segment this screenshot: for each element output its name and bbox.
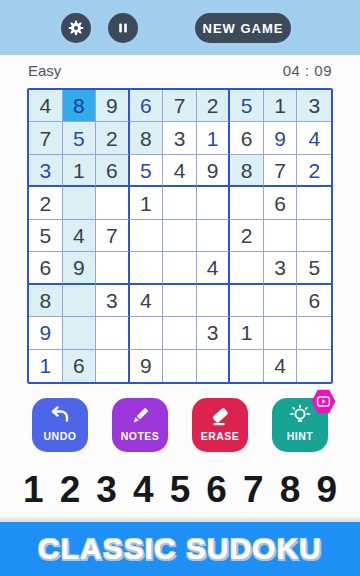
cell-r8c5[interactable]	[163, 317, 197, 349]
video-ad-badge	[311, 389, 336, 414]
cell-r7c2[interactable]	[63, 285, 97, 317]
cell-r4c9[interactable]	[297, 187, 331, 219]
cell-r7c4[interactable]: 4	[130, 285, 164, 317]
app-screen: NEW GAME Easy 04 : 09 489672513752831694…	[0, 0, 360, 576]
top-bar: NEW GAME	[0, 0, 360, 55]
play-icon	[316, 394, 331, 409]
cell-r1c3[interactable]: 9	[96, 90, 130, 122]
cell-r1c9[interactable]: 3	[297, 90, 331, 122]
cell-r1c8[interactable]: 1	[264, 90, 298, 122]
numpad-6[interactable]: 6	[206, 471, 227, 508]
cell-r4c3[interactable]	[96, 187, 130, 219]
cell-r8c9[interactable]	[297, 317, 331, 349]
difficulty-label: Easy	[28, 62, 61, 79]
cell-r8c4[interactable]	[130, 317, 164, 349]
cell-r7c1[interactable]: 8	[29, 285, 63, 317]
numpad-7[interactable]: 7	[243, 471, 264, 508]
cell-r2c6[interactable]: 1	[197, 122, 231, 154]
cell-r2c5[interactable]: 3	[163, 122, 197, 154]
cell-r1c4[interactable]: 6	[130, 90, 164, 122]
cell-r9c6[interactable]	[197, 350, 231, 382]
cell-r6c8[interactable]: 3	[264, 252, 298, 284]
erase-button[interactable]: ERASE	[192, 398, 248, 452]
cell-r6c1[interactable]: 6	[29, 252, 63, 284]
gear-icon	[67, 19, 85, 37]
cell-r2c2[interactable]: 5	[63, 122, 97, 154]
cell-r3c8[interactable]: 7	[264, 155, 298, 187]
cell-r9c3[interactable]	[96, 350, 130, 382]
cell-r1c1[interactable]: 4	[29, 90, 63, 122]
cell-r3c9[interactable]: 2	[297, 155, 331, 187]
cell-r3c6[interactable]: 9	[197, 155, 231, 187]
banner-title: CLASSIC SUDOKU	[38, 532, 322, 566]
cell-r1c5[interactable]: 7	[163, 90, 197, 122]
new-game-button[interactable]: NEW GAME	[195, 13, 291, 43]
cell-r7c5[interactable]	[163, 285, 197, 317]
cell-r4c7[interactable]	[230, 187, 264, 219]
timer: 04 : 09	[283, 62, 332, 79]
cell-r3c3[interactable]: 6	[96, 155, 130, 187]
ad-banner[interactable]: CLASSIC SUDOKU	[0, 522, 360, 576]
cell-r7c9[interactable]: 6	[297, 285, 331, 317]
cell-r4c8[interactable]: 6	[264, 187, 298, 219]
cell-r6c5[interactable]	[163, 252, 197, 284]
undo-icon	[48, 403, 72, 429]
cell-r1c6[interactable]: 2	[197, 90, 231, 122]
cell-r2c3[interactable]: 2	[96, 122, 130, 154]
pencil-icon	[128, 403, 152, 429]
cell-r2c8[interactable]: 9	[264, 122, 298, 154]
cell-r5c6[interactable]	[197, 220, 231, 252]
cell-r9c1[interactable]: 1	[29, 350, 63, 382]
numpad-9[interactable]: 9	[316, 471, 337, 508]
eraser-icon	[208, 403, 232, 429]
cell-r7c3[interactable]: 3	[96, 285, 130, 317]
number-pad: 1 2 3 4 5 6 7 8 9	[0, 464, 360, 514]
cell-r1c2[interactable]: 8	[63, 90, 97, 122]
hint-button[interactable]: HINT	[272, 398, 328, 452]
cell-r4c5[interactable]	[163, 187, 197, 219]
cell-r3c4[interactable]: 5	[130, 155, 164, 187]
cell-r6c3[interactable]	[96, 252, 130, 284]
cell-r4c4[interactable]: 1	[130, 187, 164, 219]
erase-label: ERASE	[201, 430, 240, 442]
cell-r8c6[interactable]: 3	[197, 317, 231, 349]
cell-r6c9[interactable]: 5	[297, 252, 331, 284]
sudoku-board: 4896725137528316943165498722165472694358…	[27, 88, 333, 384]
numpad-2[interactable]: 2	[60, 471, 81, 508]
cell-r9c9[interactable]	[297, 350, 331, 382]
cell-r6c2[interactable]: 9	[63, 252, 97, 284]
cell-r8c1[interactable]: 9	[29, 317, 63, 349]
cell-r9c8[interactable]: 4	[264, 350, 298, 382]
cell-r2c4[interactable]: 8	[130, 122, 164, 154]
cell-r3c2[interactable]: 1	[63, 155, 97, 187]
info-row: Easy 04 : 09	[0, 60, 360, 82]
undo-label: UNDO	[44, 430, 77, 442]
cell-r7c7[interactable]	[230, 285, 264, 317]
notes-label: NOTES	[121, 430, 160, 442]
cell-r8c7[interactable]: 1	[230, 317, 264, 349]
cell-r6c4[interactable]	[130, 252, 164, 284]
cell-r5c8[interactable]	[264, 220, 298, 252]
cell-r5c2[interactable]: 4	[63, 220, 97, 252]
toolbar: UNDO NOTES	[0, 398, 360, 456]
cell-r4c2[interactable]	[63, 187, 97, 219]
cell-r9c5[interactable]	[163, 350, 197, 382]
cell-r5c7[interactable]: 2	[230, 220, 264, 252]
cell-r3c7[interactable]: 8	[230, 155, 264, 187]
numpad-4[interactable]: 4	[133, 471, 154, 508]
cell-r8c2[interactable]	[63, 317, 97, 349]
notes-button[interactable]: NOTES	[112, 398, 168, 452]
settings-button[interactable]	[61, 13, 91, 43]
cell-r8c3[interactable]	[96, 317, 130, 349]
cell-r2c9[interactable]: 4	[297, 122, 331, 154]
cell-r3c1[interactable]: 3	[29, 155, 63, 187]
cell-r5c4[interactable]	[130, 220, 164, 252]
cell-r5c5[interactable]	[163, 220, 197, 252]
pause-button[interactable]	[108, 13, 138, 43]
cell-r6c7[interactable]	[230, 252, 264, 284]
numpad-8[interactable]: 8	[280, 471, 301, 508]
cell-r7c6[interactable]	[197, 285, 231, 317]
lightbulb-icon	[288, 403, 312, 429]
cell-r5c9[interactable]	[297, 220, 331, 252]
cell-r7c8[interactable]	[264, 285, 298, 317]
undo-button[interactable]: UNDO	[32, 398, 88, 452]
pause-icon	[114, 19, 132, 37]
cell-r2c1[interactable]: 7	[29, 122, 63, 154]
cell-r5c1[interactable]: 5	[29, 220, 63, 252]
cell-r9c4[interactable]: 9	[130, 350, 164, 382]
cell-r9c2[interactable]: 6	[63, 350, 97, 382]
cell-r8c8[interactable]	[264, 317, 298, 349]
cell-r1c7[interactable]: 5	[230, 90, 264, 122]
numpad-5[interactable]: 5	[170, 471, 191, 508]
cell-r6c6[interactable]: 4	[197, 252, 231, 284]
cell-r2c7[interactable]: 6	[230, 122, 264, 154]
cell-r3c5[interactable]: 4	[163, 155, 197, 187]
numpad-3[interactable]: 3	[96, 471, 117, 508]
cell-r4c1[interactable]: 2	[29, 187, 63, 219]
cell-r4c6[interactable]	[197, 187, 231, 219]
hint-label: HINT	[287, 430, 314, 442]
cell-r5c3[interactable]: 7	[96, 220, 130, 252]
numpad-1[interactable]: 1	[23, 471, 44, 508]
cell-r9c7[interactable]	[230, 350, 264, 382]
